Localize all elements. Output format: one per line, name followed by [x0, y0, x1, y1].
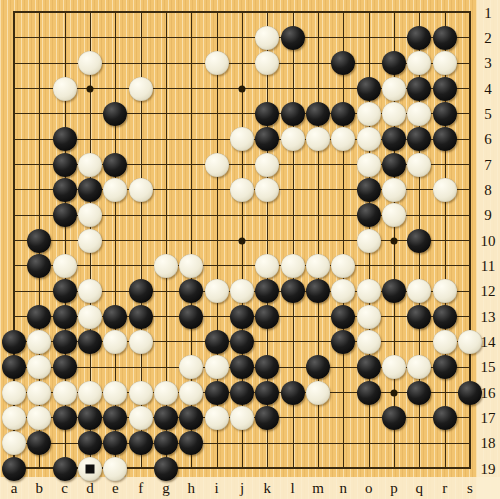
column-label-e: e [112, 480, 119, 497]
black-stone-n13 [331, 305, 355, 329]
white-stone-b17 [27, 406, 51, 430]
white-stone-g11 [154, 254, 178, 278]
black-stone-l2 [281, 26, 305, 50]
black-stone-k16 [255, 381, 279, 405]
black-stone-k13 [255, 305, 279, 329]
white-stone-h15 [179, 355, 203, 379]
row-label-15: 15 [481, 359, 496, 376]
go-board-screenshot: abcdefghijklmnopqrs123456789101112131415… [0, 0, 500, 499]
star-point [238, 85, 245, 92]
white-stone-i17 [205, 406, 229, 430]
white-stone-k7 [255, 153, 279, 177]
black-stone-e18 [103, 431, 127, 455]
black-stone-o15 [357, 355, 381, 379]
white-stone-q7 [407, 153, 431, 177]
row-label-18: 18 [481, 435, 496, 452]
white-stone-a18 [2, 431, 26, 455]
white-stone-q15 [407, 355, 431, 379]
black-stone-g18 [154, 431, 178, 455]
white-stone-s14 [458, 330, 482, 354]
white-stone-k3 [255, 51, 279, 75]
white-stone-p9 [382, 203, 406, 227]
white-stone-d13 [78, 305, 102, 329]
black-stone-b10 [27, 229, 51, 253]
column-label-m: m [312, 480, 324, 497]
white-stone-j12 [230, 279, 254, 303]
black-stone-b13 [27, 305, 51, 329]
row-label-2: 2 [484, 30, 492, 47]
row-label-11: 11 [481, 258, 495, 275]
black-stone-n3 [331, 51, 355, 75]
black-stone-q10 [407, 229, 431, 253]
black-stone-n14 [331, 330, 355, 354]
white-stone-b14 [27, 330, 51, 354]
black-stone-r4 [433, 77, 457, 101]
black-stone-e13 [103, 305, 127, 329]
row-label-8: 8 [484, 182, 492, 199]
white-stone-q5 [407, 102, 431, 126]
white-stone-e19 [103, 457, 127, 481]
white-stone-k8 [255, 178, 279, 202]
black-stone-a19 [2, 457, 26, 481]
black-stone-p12 [382, 279, 406, 303]
black-stone-g17 [154, 406, 178, 430]
black-stone-c15 [53, 355, 77, 379]
black-stone-c12 [53, 279, 77, 303]
white-stone-i3 [205, 51, 229, 75]
black-stone-p17 [382, 406, 406, 430]
white-stone-l11 [281, 254, 305, 278]
column-label-k: k [264, 480, 272, 497]
white-stone-d9 [78, 203, 102, 227]
white-stone-k2 [255, 26, 279, 50]
column-label-g: g [162, 480, 170, 497]
black-stone-f13 [129, 305, 153, 329]
black-stone-i16 [205, 381, 229, 405]
black-stone-m15 [306, 355, 330, 379]
white-stone-n6 [331, 127, 355, 151]
row-label-9: 9 [484, 207, 492, 224]
white-stone-k11 [255, 254, 279, 278]
black-stone-h12 [179, 279, 203, 303]
white-stone-d16 [78, 381, 102, 405]
white-stone-i7 [205, 153, 229, 177]
black-stone-a14 [2, 330, 26, 354]
row-label-4: 4 [484, 80, 492, 97]
white-stone-q12 [407, 279, 431, 303]
black-stone-d17 [78, 406, 102, 430]
black-stone-k5 [255, 102, 279, 126]
black-stone-j14 [230, 330, 254, 354]
white-stone-o10 [357, 229, 381, 253]
white-stone-h11 [179, 254, 203, 278]
row-label-7: 7 [484, 156, 492, 173]
black-stone-k12 [255, 279, 279, 303]
black-stone-l16 [281, 381, 305, 405]
black-stone-c14 [53, 330, 77, 354]
black-stone-c6 [53, 127, 77, 151]
white-stone-p4 [382, 77, 406, 101]
black-stone-n5 [331, 102, 355, 126]
black-stone-o16 [357, 381, 381, 405]
white-stone-f14 [129, 330, 153, 354]
black-stone-o9 [357, 203, 381, 227]
white-stone-j8 [230, 178, 254, 202]
black-stone-h18 [179, 431, 203, 455]
black-stone-o4 [357, 77, 381, 101]
black-stone-k17 [255, 406, 279, 430]
white-stone-f17 [129, 406, 153, 430]
row-label-12: 12 [481, 283, 496, 300]
black-stone-i14 [205, 330, 229, 354]
column-label-q: q [416, 480, 424, 497]
column-label-b: b [36, 480, 44, 497]
black-stone-b11 [27, 254, 51, 278]
white-stone-c4 [53, 77, 77, 101]
star-point [390, 237, 397, 244]
black-stone-p3 [382, 51, 406, 75]
black-stone-e7 [103, 153, 127, 177]
row-label-16: 16 [481, 384, 496, 401]
white-stone-m6 [306, 127, 330, 151]
black-stone-e17 [103, 406, 127, 430]
white-stone-l6 [281, 127, 305, 151]
black-stone-p6 [382, 127, 406, 151]
last-move-marker [85, 464, 94, 473]
black-stone-o8 [357, 178, 381, 202]
column-label-i: i [215, 480, 219, 497]
white-stone-i12 [205, 279, 229, 303]
black-stone-c17 [53, 406, 77, 430]
row-label-17: 17 [481, 410, 496, 427]
white-stone-d3 [78, 51, 102, 75]
white-stone-a16 [2, 381, 26, 405]
black-stone-r2 [433, 26, 457, 50]
white-stone-r12 [433, 279, 457, 303]
row-label-3: 3 [484, 55, 492, 72]
black-stone-q13 [407, 305, 431, 329]
column-label-d: d [86, 480, 94, 497]
row-label-6: 6 [484, 131, 492, 148]
black-stone-a15 [2, 355, 26, 379]
black-stone-c13 [53, 305, 77, 329]
black-stone-q2 [407, 26, 431, 50]
black-stone-j15 [230, 355, 254, 379]
black-stone-c9 [53, 203, 77, 227]
white-stone-m16 [306, 381, 330, 405]
black-stone-q4 [407, 77, 431, 101]
white-stone-r3 [433, 51, 457, 75]
black-stone-j13 [230, 305, 254, 329]
white-stone-j17 [230, 406, 254, 430]
black-stone-d8 [78, 178, 102, 202]
white-stone-c16 [53, 381, 77, 405]
white-stone-o12 [357, 279, 381, 303]
column-label-a: a [11, 480, 18, 497]
white-stone-p15 [382, 355, 406, 379]
black-stone-k15 [255, 355, 279, 379]
star-point [390, 389, 397, 396]
row-label-13: 13 [481, 308, 496, 325]
star-point [238, 237, 245, 244]
black-stone-r13 [433, 305, 457, 329]
column-label-o: o [365, 480, 373, 497]
white-stone-e8 [103, 178, 127, 202]
white-stone-d7 [78, 153, 102, 177]
white-stone-o7 [357, 153, 381, 177]
white-stone-d12 [78, 279, 102, 303]
row-label-10: 10 [481, 232, 496, 249]
white-stone-q3 [407, 51, 431, 75]
black-stone-r6 [433, 127, 457, 151]
star-point [86, 85, 93, 92]
black-stone-g19 [154, 457, 178, 481]
black-stone-r5 [433, 102, 457, 126]
white-stone-d10 [78, 229, 102, 253]
black-stone-m5 [306, 102, 330, 126]
white-stone-f4 [129, 77, 153, 101]
black-stone-e5 [103, 102, 127, 126]
row-label-19: 19 [481, 460, 496, 477]
column-label-r: r [442, 480, 447, 497]
column-label-p: p [390, 480, 398, 497]
black-stone-c19 [53, 457, 77, 481]
white-stone-o6 [357, 127, 381, 151]
white-stone-c11 [53, 254, 77, 278]
black-stone-m12 [306, 279, 330, 303]
black-stone-r15 [433, 355, 457, 379]
black-stone-q16 [407, 381, 431, 405]
white-stone-h16 [179, 381, 203, 405]
white-stone-n12 [331, 279, 355, 303]
white-stone-j6 [230, 127, 254, 151]
black-stone-l5 [281, 102, 305, 126]
column-label-s: s [467, 480, 473, 497]
column-label-c: c [61, 480, 68, 497]
row-label-14: 14 [481, 334, 496, 351]
column-label-h: h [188, 480, 196, 497]
white-stone-r14 [433, 330, 457, 354]
column-label-l: l [291, 480, 295, 497]
black-stone-c7 [53, 153, 77, 177]
black-stone-d14 [78, 330, 102, 354]
black-stone-d18 [78, 431, 102, 455]
white-stone-p8 [382, 178, 406, 202]
black-stone-b18 [27, 431, 51, 455]
black-stone-r17 [433, 406, 457, 430]
row-label-5: 5 [484, 106, 492, 123]
white-stone-o14 [357, 330, 381, 354]
black-stone-h17 [179, 406, 203, 430]
white-stone-b16 [27, 381, 51, 405]
white-stone-n11 [331, 254, 355, 278]
white-stone-b15 [27, 355, 51, 379]
black-stone-h13 [179, 305, 203, 329]
black-stone-s16 [458, 381, 482, 405]
black-stone-c8 [53, 178, 77, 202]
column-label-j: j [240, 480, 244, 497]
white-stone-f16 [129, 381, 153, 405]
black-stone-q6 [407, 127, 431, 151]
white-stone-a17 [2, 406, 26, 430]
white-stone-o13 [357, 305, 381, 329]
column-label-strip [0, 477, 500, 499]
black-stone-k6 [255, 127, 279, 151]
white-stone-i15 [205, 355, 229, 379]
column-label-f: f [138, 480, 143, 497]
black-stone-p7 [382, 153, 406, 177]
column-label-n: n [340, 480, 348, 497]
black-stone-f12 [129, 279, 153, 303]
white-stone-g16 [154, 381, 178, 405]
row-label-1: 1 [484, 4, 492, 21]
white-stone-e14 [103, 330, 127, 354]
white-stone-p5 [382, 102, 406, 126]
white-stone-r8 [433, 178, 457, 202]
black-stone-j16 [230, 381, 254, 405]
white-stone-m11 [306, 254, 330, 278]
white-stone-e16 [103, 381, 127, 405]
white-stone-f8 [129, 178, 153, 202]
black-stone-l12 [281, 279, 305, 303]
black-stone-f18 [129, 431, 153, 455]
white-stone-o5 [357, 102, 381, 126]
